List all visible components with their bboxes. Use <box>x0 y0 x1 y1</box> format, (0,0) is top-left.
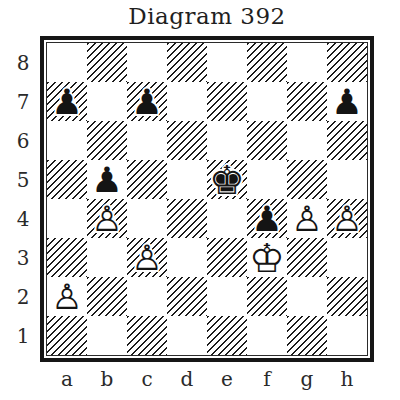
white-pawn[interactable]: ♟♙ <box>87 199 127 238</box>
square-a1[interactable] <box>47 316 87 355</box>
square-h2[interactable] <box>327 277 367 316</box>
square-d8[interactable] <box>167 43 207 82</box>
square-c4[interactable] <box>127 199 167 238</box>
square-a3[interactable] <box>47 238 87 277</box>
square-b3[interactable] <box>87 238 127 277</box>
square-f6[interactable] <box>247 121 287 160</box>
square-e3[interactable] <box>207 238 247 277</box>
rank-label-7: 7 <box>12 82 34 121</box>
white-pawn[interactable]: ♟♙ <box>287 199 327 238</box>
square-h1[interactable] <box>327 316 367 355</box>
white-pawn[interactable]: ♟♙ <box>47 277 87 316</box>
square-b4[interactable]: ♟♙ <box>87 199 127 238</box>
square-d3[interactable] <box>167 238 207 277</box>
square-g8[interactable] <box>287 43 327 82</box>
square-c1[interactable] <box>127 316 167 355</box>
square-c8[interactable] <box>127 43 167 82</box>
file-label-h: h <box>327 364 367 394</box>
black-pawn[interactable]: ♟♟ <box>327 82 367 121</box>
square-b6[interactable] <box>87 121 127 160</box>
square-d5[interactable] <box>167 160 207 199</box>
square-b1[interactable] <box>87 316 127 355</box>
square-a8[interactable] <box>47 43 87 82</box>
rank-label-6: 6 <box>12 121 34 160</box>
square-d2[interactable] <box>167 277 207 316</box>
square-c6[interactable] <box>127 121 167 160</box>
rank-label-5: 5 <box>12 160 34 199</box>
file-labels: abcdefgh <box>47 364 367 394</box>
file-label-a: a <box>47 364 87 394</box>
square-g6[interactable] <box>287 121 327 160</box>
square-c5[interactable] <box>127 160 167 199</box>
square-b2[interactable] <box>87 277 127 316</box>
square-f1[interactable] <box>247 316 287 355</box>
black-pawn[interactable]: ♟♟ <box>247 199 287 238</box>
square-c7[interactable]: ♟♟ <box>127 82 167 121</box>
square-f3[interactable]: ♚♔ <box>247 238 287 277</box>
rank-labels: 87654321 <box>12 43 34 355</box>
square-h7[interactable]: ♟♟ <box>327 82 367 121</box>
square-g7[interactable] <box>287 82 327 121</box>
file-label-b: b <box>87 364 127 394</box>
file-label-d: d <box>167 364 207 394</box>
square-g3[interactable] <box>287 238 327 277</box>
file-label-f: f <box>247 364 287 394</box>
square-f7[interactable] <box>247 82 287 121</box>
square-a7[interactable]: ♟♟ <box>47 82 87 121</box>
square-c3[interactable]: ♟♙ <box>127 238 167 277</box>
square-d4[interactable] <box>167 199 207 238</box>
white-king[interactable]: ♚♔ <box>247 238 287 277</box>
black-king[interactable]: ♚♚ <box>207 160 247 199</box>
black-pawn[interactable]: ♟♟ <box>47 82 87 121</box>
square-d1[interactable] <box>167 316 207 355</box>
square-h8[interactable] <box>327 43 367 82</box>
white-pawn[interactable]: ♟♙ <box>127 238 167 277</box>
square-e6[interactable] <box>207 121 247 160</box>
rank-label-4: 4 <box>12 199 34 238</box>
square-g2[interactable] <box>287 277 327 316</box>
square-d7[interactable] <box>167 82 207 121</box>
square-e7[interactable] <box>207 82 247 121</box>
square-c2[interactable] <box>127 277 167 316</box>
square-b7[interactable] <box>87 82 127 121</box>
square-e1[interactable] <box>207 316 247 355</box>
square-e4[interactable] <box>207 199 247 238</box>
square-h3[interactable] <box>327 238 367 277</box>
square-g5[interactable] <box>287 160 327 199</box>
rank-label-2: 2 <box>12 277 34 316</box>
square-f4[interactable]: ♟♟ <box>247 199 287 238</box>
black-pawn[interactable]: ♟♟ <box>87 160 127 199</box>
square-e5[interactable]: ♚♚ <box>207 160 247 199</box>
board-inner-frame: ♟♟♟♟♟♟♟♟♚♚♟♙♟♟♟♙♟♙♟♙♚♔♟♙ <box>46 42 368 356</box>
rank-label-3: 3 <box>12 238 34 277</box>
square-h4[interactable]: ♟♙ <box>327 199 367 238</box>
square-a2[interactable]: ♟♙ <box>47 277 87 316</box>
square-a6[interactable] <box>47 121 87 160</box>
square-h5[interactable] <box>327 160 367 199</box>
square-f8[interactable] <box>247 43 287 82</box>
black-pawn[interactable]: ♟♟ <box>127 82 167 121</box>
rank-label-1: 1 <box>12 316 34 355</box>
square-e8[interactable] <box>207 43 247 82</box>
board-grid: ♟♟♟♟♟♟♟♟♚♚♟♙♟♟♟♙♟♙♟♙♚♔♟♙ <box>47 43 367 355</box>
square-f5[interactable] <box>247 160 287 199</box>
file-label-c: c <box>127 364 167 394</box>
square-h6[interactable] <box>327 121 367 160</box>
square-f2[interactable] <box>247 277 287 316</box>
chessboard: ♟♟♟♟♟♟♟♟♚♚♟♙♟♟♟♙♟♙♟♙♚♔♟♙ <box>40 36 374 362</box>
chess-diagram: Diagram 392 87654321 ♟♟♟♟♟♟♟♟♚♚♟♙♟♟♟♙♟♙♟… <box>0 0 400 400</box>
square-a4[interactable] <box>47 199 87 238</box>
square-b8[interactable] <box>87 43 127 82</box>
file-label-e: e <box>207 364 247 394</box>
square-e2[interactable] <box>207 277 247 316</box>
rank-label-8: 8 <box>12 43 34 82</box>
square-b5[interactable]: ♟♟ <box>87 160 127 199</box>
square-d6[interactable] <box>167 121 207 160</box>
white-pawn[interactable]: ♟♙ <box>327 199 367 238</box>
square-g4[interactable]: ♟♙ <box>287 199 327 238</box>
file-label-g: g <box>287 364 327 394</box>
square-a5[interactable] <box>47 160 87 199</box>
square-g1[interactable] <box>287 316 327 355</box>
diagram-title: Diagram 392 <box>40 3 374 29</box>
